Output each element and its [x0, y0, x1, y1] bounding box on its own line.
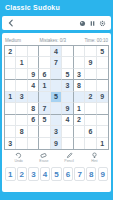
- cell-r4c6[interactable]: 3: [62, 80, 73, 91]
- cell-r3c2[interactable]: [16, 69, 27, 80]
- cell-r4c7[interactable]: 8: [74, 80, 85, 91]
- cell-r9c8[interactable]: [85, 138, 96, 149]
- cell-r9c5[interactable]: 9: [51, 138, 62, 149]
- erase-label: Erase: [39, 160, 48, 164]
- eraser-icon: [40, 152, 47, 159]
- cell-r5c6[interactable]: [62, 92, 73, 103]
- cell-r2c1[interactable]: [5, 57, 16, 68]
- numpad-key-7[interactable]: 7: [74, 167, 85, 181]
- cell-r1c8[interactable]: [85, 46, 96, 57]
- cell-r3c4[interactable]: 6: [39, 69, 50, 80]
- cell-r9c7[interactable]: [74, 138, 85, 149]
- cell-r5c8[interactable]: 2: [85, 92, 96, 103]
- number-pad: 123456789: [4, 165, 109, 183]
- gear-icon: [99, 20, 106, 27]
- palette-button[interactable]: [77, 18, 87, 28]
- cell-r3c1[interactable]: [5, 69, 16, 80]
- undo-icon: [15, 152, 22, 159]
- cell-r7c1[interactable]: [5, 115, 16, 126]
- erase-button[interactable]: Erase: [34, 152, 54, 164]
- pause-icon: [89, 20, 96, 27]
- cell-r9c1[interactable]: 3: [5, 138, 16, 149]
- cell-r5c2[interactable]: 3: [16, 92, 27, 103]
- cell-r5c3[interactable]: [28, 92, 39, 103]
- cell-r5c7[interactable]: [74, 92, 85, 103]
- cell-r7c2[interactable]: [16, 115, 27, 126]
- cell-r5c4[interactable]: [39, 92, 50, 103]
- cell-r2c2[interactable]: 1: [16, 57, 27, 68]
- numpad-key-3[interactable]: 3: [28, 167, 39, 181]
- cell-r4c2[interactable]: [16, 80, 27, 91]
- pencil-button[interactable]: Pencil: [59, 152, 79, 164]
- numpad-key-2[interactable]: 2: [17, 167, 28, 181]
- cell-r7c8[interactable]: [85, 115, 96, 126]
- cell-r2c3[interactable]: [28, 57, 39, 68]
- difficulty-label: Medium: [5, 38, 21, 43]
- cell-r8c3[interactable]: [28, 126, 39, 137]
- toolbar: Undo Erase Pencil Hint: [4, 150, 109, 165]
- game-card: Medium Mistakes: 0/3 Time: 00:10 2451799…: [2, 33, 111, 192]
- pencil-label: Pencil: [64, 160, 74, 164]
- cell-r9c6[interactable]: [62, 138, 73, 149]
- nav-bar: [2, 16, 111, 30]
- cell-r6c5[interactable]: [51, 103, 62, 114]
- cell-r7c5[interactable]: [51, 115, 62, 126]
- pause-button[interactable]: [87, 18, 97, 28]
- cell-r8c1[interactable]: [5, 126, 16, 137]
- back-chevron-icon: [7, 19, 15, 27]
- undo-button[interactable]: Undo: [9, 152, 29, 164]
- cell-r2c8[interactable]: 9: [85, 57, 96, 68]
- cell-r6c8[interactable]: [85, 103, 96, 114]
- lightbulb-icon: [91, 152, 98, 159]
- cell-r2c6[interactable]: [62, 57, 73, 68]
- hint-label: Hint: [91, 160, 97, 164]
- numpad-key-9[interactable]: 9: [98, 167, 109, 181]
- cell-r7c6[interactable]: 4: [62, 115, 73, 126]
- cell-r8c9[interactable]: [97, 126, 108, 137]
- cell-r3c5[interactable]: [51, 69, 62, 80]
- cell-r9c3[interactable]: [28, 138, 39, 149]
- cell-r2c5[interactable]: 7: [51, 57, 62, 68]
- cell-r2c9[interactable]: [97, 57, 108, 68]
- hint-button[interactable]: Hint: [84, 152, 104, 164]
- cell-r1c5[interactable]: 4: [51, 46, 62, 57]
- palette-icon: [79, 20, 86, 27]
- cell-r6c4[interactable]: 7: [39, 103, 50, 114]
- cell-r2c7[interactable]: [74, 57, 85, 68]
- cell-r3c3[interactable]: 9: [28, 69, 39, 80]
- cell-r1c9[interactable]: 5: [97, 46, 108, 57]
- cell-r6c6[interactable]: 9: [62, 103, 73, 114]
- cell-r7c7[interactable]: 2: [74, 115, 85, 126]
- cell-r6c9[interactable]: [97, 103, 108, 114]
- cell-r8c6[interactable]: [62, 126, 73, 137]
- time-label: Time: 00:10: [84, 38, 108, 43]
- cell-r7c4[interactable]: 5: [39, 115, 50, 126]
- cell-r9c9[interactable]: 1: [97, 138, 108, 149]
- cell-r1c3[interactable]: [28, 46, 39, 57]
- cell-r6c7[interactable]: 1: [74, 103, 85, 114]
- numpad-key-5[interactable]: 5: [51, 167, 62, 181]
- pencil-icon: [66, 152, 73, 159]
- cell-r5c5[interactable]: 5: [51, 92, 62, 103]
- numpad-key-4[interactable]: 4: [40, 167, 51, 181]
- page-title: Classic Sudoku: [0, 0, 113, 15]
- cell-r9c2[interactable]: [16, 138, 27, 149]
- undo-label: Undo: [14, 160, 22, 164]
- sudoku-board: 245179965341381352987916542836391: [4, 45, 109, 150]
- cell-r6c1[interactable]: [5, 103, 16, 114]
- cell-r8c7[interactable]: [74, 126, 85, 137]
- status-row: Medium Mistakes: 0/3 Time: 00:10: [4, 36, 109, 45]
- cell-r4c1[interactable]: [5, 80, 16, 91]
- cell-r4c5[interactable]: [51, 80, 62, 91]
- cell-r7c3[interactable]: 6: [28, 115, 39, 126]
- cell-r8c5[interactable]: 3: [51, 126, 62, 137]
- numpad-key-1[interactable]: 1: [5, 167, 16, 181]
- cell-r3c8[interactable]: [85, 69, 96, 80]
- cell-r8c2[interactable]: 8: [16, 126, 27, 137]
- cell-r1c1[interactable]: 2: [5, 46, 16, 57]
- back-button[interactable]: [6, 18, 16, 28]
- cell-r4c3[interactable]: 4: [28, 80, 39, 91]
- cell-r7c9[interactable]: [97, 115, 108, 126]
- cell-r5c1[interactable]: 1: [5, 92, 16, 103]
- settings-button[interactable]: [97, 18, 107, 28]
- cell-r8c4[interactable]: [39, 126, 50, 137]
- cell-r4c9[interactable]: [97, 80, 108, 91]
- cell-r1c7[interactable]: [74, 46, 85, 57]
- cell-r8c8[interactable]: 6: [85, 126, 96, 137]
- cell-r3c6[interactable]: 5: [62, 69, 73, 80]
- cell-r5c9[interactable]: 9: [97, 92, 108, 103]
- cell-r3c7[interactable]: 3: [74, 69, 85, 80]
- cell-r6c2[interactable]: [16, 103, 27, 114]
- cell-r1c2[interactable]: [16, 46, 27, 57]
- cell-r4c8[interactable]: [85, 80, 96, 91]
- cell-r6c3[interactable]: 8: [28, 103, 39, 114]
- numpad-key-8[interactable]: 8: [86, 167, 97, 181]
- cell-r4c4[interactable]: 1: [39, 80, 50, 91]
- cell-r9c4[interactable]: [39, 138, 50, 149]
- cell-r1c6[interactable]: [62, 46, 73, 57]
- cell-r1c4[interactable]: [39, 46, 50, 57]
- cell-r2c4[interactable]: [39, 57, 50, 68]
- numpad-key-6[interactable]: 6: [63, 167, 74, 181]
- cell-r3c9[interactable]: [97, 69, 108, 80]
- mistakes-label: Mistakes: 0/3: [39, 38, 66, 43]
